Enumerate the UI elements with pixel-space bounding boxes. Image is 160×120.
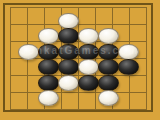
stone-white: [78, 28, 99, 44]
stone-black: [58, 59, 79, 75]
stone-black: [78, 75, 99, 91]
stone-white: [98, 90, 119, 106]
stone-black: [38, 59, 59, 75]
stone-black: [118, 59, 139, 75]
stone-white: [78, 59, 99, 75]
stone-black: [58, 28, 79, 44]
stone-white: [58, 75, 79, 91]
stone-white: [118, 44, 139, 60]
go-board[interactable]: JenkatGames.com: [0, 0, 160, 120]
stone-black: [98, 75, 119, 91]
stone-white: [38, 28, 59, 44]
stone-black: [78, 44, 99, 60]
stone-black: [98, 44, 119, 60]
stone-white: [38, 90, 59, 106]
stone-white: [58, 13, 79, 29]
stone-black: [98, 59, 119, 75]
stone-white: [98, 28, 119, 44]
stone-white: [18, 44, 39, 60]
stone-black: [58, 44, 79, 60]
stone-black: [38, 44, 59, 60]
stone-black: [38, 75, 59, 91]
